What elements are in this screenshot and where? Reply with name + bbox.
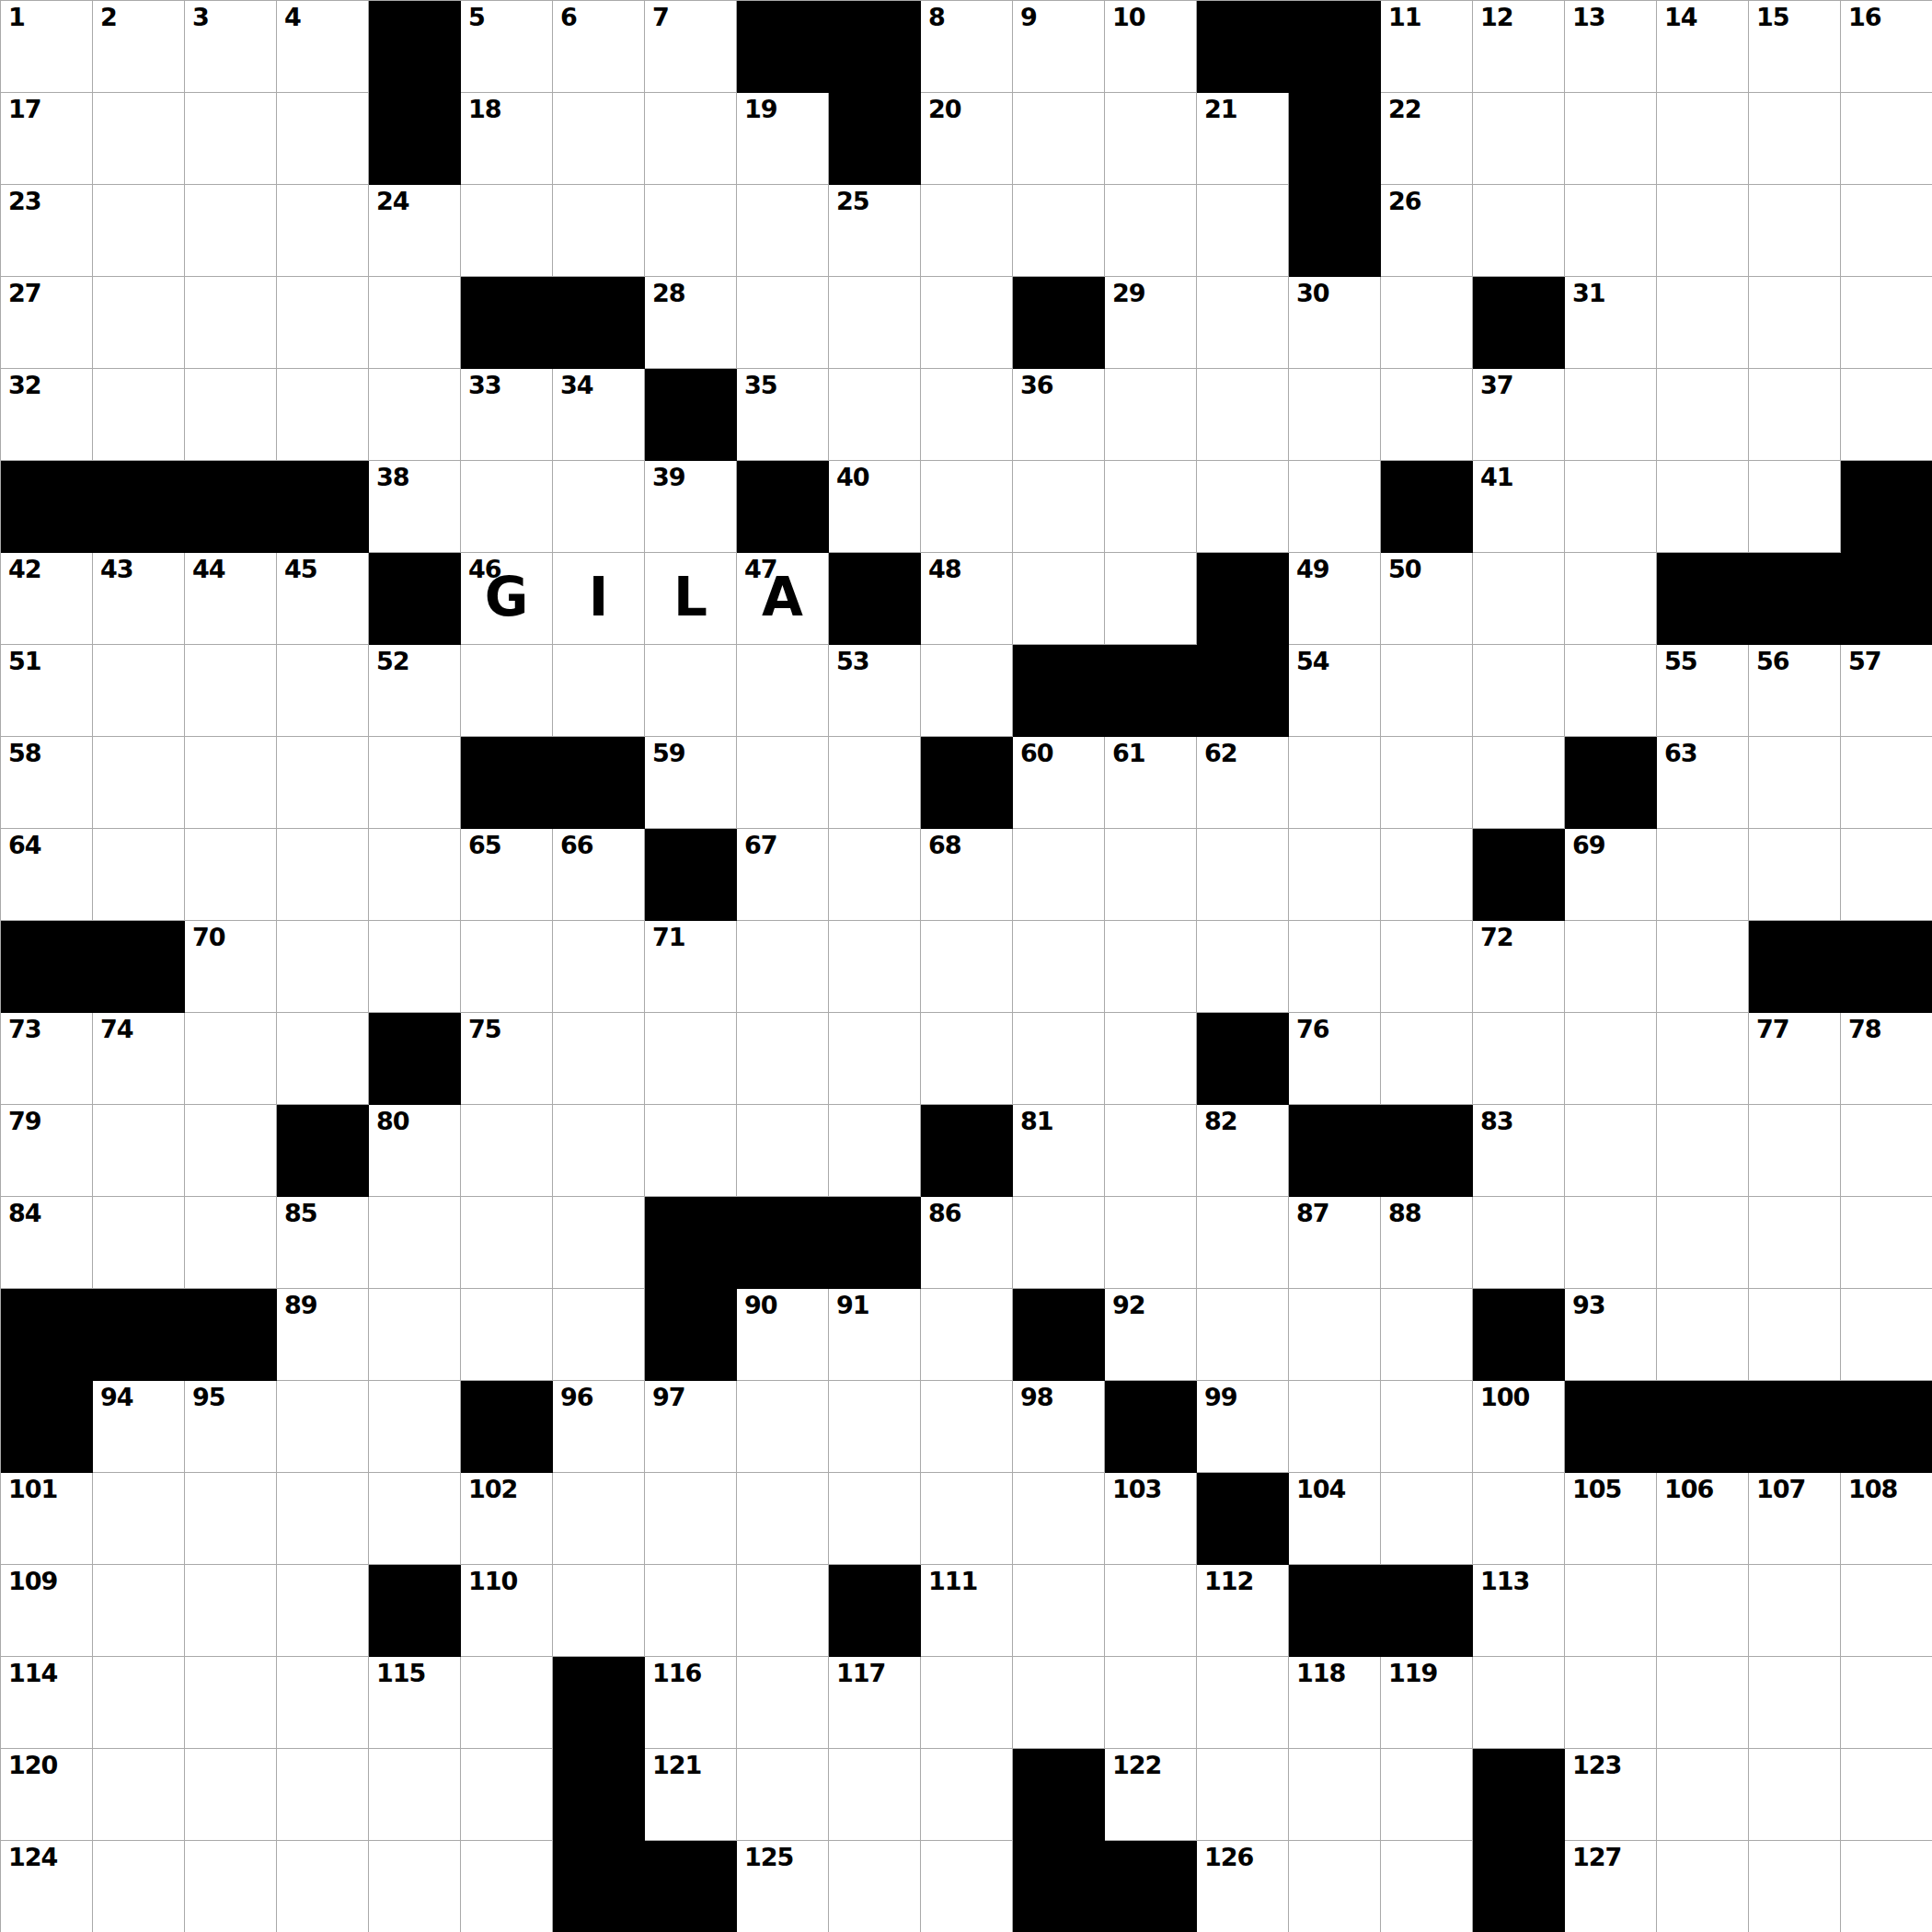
grid-cell[interactable] — [1105, 369, 1197, 461]
grid-cell[interactable] — [645, 1105, 737, 1197]
grid-cell[interactable] — [1105, 1013, 1197, 1105]
grid-cell[interactable] — [1657, 829, 1749, 921]
grid-cell[interactable] — [1473, 93, 1565, 185]
grid-cell[interactable] — [1657, 1841, 1749, 1932]
grid-cell[interactable]: 94 — [93, 1381, 185, 1473]
grid-cell[interactable] — [277, 1013, 369, 1105]
grid-cell[interactable]: 16 — [1841, 1, 1932, 93]
grid-cell[interactable] — [1749, 461, 1841, 553]
grid-cell[interactable]: 113 — [1473, 1565, 1565, 1657]
grid-cell[interactable]: 43 — [93, 553, 185, 645]
grid-cell[interactable]: 118 — [1289, 1657, 1381, 1749]
grid-cell[interactable] — [1657, 1197, 1749, 1289]
grid-cell[interactable] — [1289, 1381, 1381, 1473]
grid-cell[interactable] — [461, 461, 553, 553]
grid-cell[interactable]: 23 — [1, 185, 93, 277]
grid-cell[interactable] — [1289, 737, 1381, 829]
grid-cell[interactable] — [737, 1749, 829, 1841]
grid-cell[interactable] — [185, 185, 277, 277]
grid-cell[interactable]: 12 — [1473, 1, 1565, 93]
grid-cell[interactable] — [1473, 1657, 1565, 1749]
grid-cell[interactable] — [1473, 645, 1565, 737]
grid-cell[interactable] — [1013, 1473, 1105, 1565]
grid-cell[interactable]: 120 — [1, 1749, 93, 1841]
grid-cell[interactable]: 2 — [93, 1, 185, 93]
grid-cell[interactable]: 111 — [921, 1565, 1013, 1657]
grid-cell[interactable] — [1105, 461, 1197, 553]
grid-cell[interactable] — [369, 1841, 461, 1932]
grid-cell[interactable]: 22 — [1381, 93, 1473, 185]
grid-cell[interactable] — [553, 1197, 645, 1289]
grid-cell[interactable] — [1841, 1749, 1932, 1841]
grid-cell[interactable] — [1013, 1657, 1105, 1749]
grid-cell[interactable] — [1565, 1565, 1657, 1657]
grid-cell[interactable] — [1381, 1013, 1473, 1105]
grid-cell[interactable] — [1749, 1289, 1841, 1381]
grid-cell[interactable] — [369, 829, 461, 921]
grid-cell[interactable] — [1841, 1565, 1932, 1657]
grid-cell[interactable] — [1749, 1197, 1841, 1289]
grid-cell[interactable]: 52 — [369, 645, 461, 737]
grid-cell[interactable] — [1841, 1197, 1932, 1289]
grid-cell[interactable] — [461, 185, 553, 277]
grid-cell[interactable] — [1565, 921, 1657, 1013]
grid-cell[interactable] — [277, 1657, 369, 1749]
grid-cell[interactable]: 70 — [185, 921, 277, 1013]
grid-cell[interactable] — [645, 93, 737, 185]
grid-cell[interactable]: 50 — [1381, 553, 1473, 645]
grid-cell[interactable]: 56 — [1749, 645, 1841, 737]
grid-cell[interactable]: 99 — [1197, 1381, 1289, 1473]
grid-cell[interactable]: 40 — [829, 461, 921, 553]
grid-cell[interactable]: 92 — [1105, 1289, 1197, 1381]
grid-cell[interactable]: 86 — [921, 1197, 1013, 1289]
grid-cell[interactable] — [645, 1565, 737, 1657]
grid-cell[interactable] — [185, 1841, 277, 1932]
grid-cell[interactable] — [1657, 1289, 1749, 1381]
grid-cell[interactable] — [1105, 921, 1197, 1013]
grid-cell[interactable]: 6 — [553, 1, 645, 93]
grid-cell[interactable] — [921, 1381, 1013, 1473]
grid-cell[interactable]: 65 — [461, 829, 553, 921]
grid-cell[interactable] — [1473, 1473, 1565, 1565]
grid-cell[interactable] — [277, 1841, 369, 1932]
grid-cell[interactable] — [737, 737, 829, 829]
grid-cell[interactable] — [737, 277, 829, 369]
grid-cell[interactable]: 36 — [1013, 369, 1105, 461]
grid-cell[interactable]: 102 — [461, 1473, 553, 1565]
grid-cell[interactable]: 79 — [1, 1105, 93, 1197]
grid-cell[interactable]: 76 — [1289, 1013, 1381, 1105]
grid-cell[interactable] — [829, 277, 921, 369]
grid-cell[interactable] — [1657, 1013, 1749, 1105]
grid-cell[interactable] — [737, 1565, 829, 1657]
grid-cell[interactable] — [645, 1013, 737, 1105]
grid-cell[interactable] — [1565, 1013, 1657, 1105]
grid-cell[interactable]: 19 — [737, 93, 829, 185]
grid-cell[interactable] — [1105, 1197, 1197, 1289]
grid-cell[interactable] — [1381, 369, 1473, 461]
grid-cell[interactable]: 125 — [737, 1841, 829, 1932]
grid-cell[interactable]: 18 — [461, 93, 553, 185]
grid-cell[interactable]: 115 — [369, 1657, 461, 1749]
grid-cell[interactable] — [461, 1657, 553, 1749]
grid-cell[interactable]: 68 — [921, 829, 1013, 921]
grid-cell[interactable] — [553, 921, 645, 1013]
grid-cell[interactable] — [1841, 277, 1932, 369]
grid-cell[interactable]: 95 — [185, 1381, 277, 1473]
grid-cell[interactable] — [553, 185, 645, 277]
grid-cell[interactable] — [737, 1473, 829, 1565]
grid-cell[interactable] — [1749, 1841, 1841, 1932]
grid-cell[interactable] — [93, 737, 185, 829]
grid-cell[interactable] — [1473, 1197, 1565, 1289]
grid-cell[interactable] — [553, 461, 645, 553]
grid-cell[interactable] — [1657, 1565, 1749, 1657]
grid-cell[interactable] — [921, 1473, 1013, 1565]
grid-cell[interactable] — [1289, 1289, 1381, 1381]
grid-cell[interactable] — [1565, 369, 1657, 461]
grid-cell[interactable] — [277, 1473, 369, 1565]
grid-cell[interactable] — [1381, 277, 1473, 369]
grid-cell[interactable]: 85 — [277, 1197, 369, 1289]
grid-cell[interactable] — [1013, 553, 1105, 645]
grid-cell[interactable] — [1657, 185, 1749, 277]
grid-cell[interactable] — [921, 277, 1013, 369]
grid-cell[interactable] — [829, 1841, 921, 1932]
grid-cell[interactable] — [1105, 185, 1197, 277]
grid-cell[interactable] — [1197, 369, 1289, 461]
grid-cell[interactable]: 29 — [1105, 277, 1197, 369]
grid-cell[interactable] — [185, 1197, 277, 1289]
grid-cell[interactable] — [1197, 829, 1289, 921]
grid-cell[interactable] — [93, 645, 185, 737]
grid-cell[interactable] — [1105, 1657, 1197, 1749]
grid-cell[interactable]: 54 — [1289, 645, 1381, 737]
grid-cell[interactable] — [1841, 829, 1932, 921]
grid-cell[interactable]: 24 — [369, 185, 461, 277]
grid-cell[interactable] — [1013, 1013, 1105, 1105]
grid-cell[interactable]: 91 — [829, 1289, 921, 1381]
grid-cell[interactable]: 112 — [1197, 1565, 1289, 1657]
grid-cell[interactable] — [829, 829, 921, 921]
grid-cell[interactable]: 1 — [1, 1, 93, 93]
grid-cell[interactable]: 9 — [1013, 1, 1105, 93]
grid-cell[interactable] — [93, 829, 185, 921]
grid-cell[interactable] — [185, 1473, 277, 1565]
grid-cell[interactable]: 84 — [1, 1197, 93, 1289]
grid-cell[interactable] — [185, 1013, 277, 1105]
grid-cell[interactable]: 57 — [1841, 645, 1932, 737]
grid-cell[interactable] — [1289, 1841, 1381, 1932]
grid-cell[interactable]: 108 — [1841, 1473, 1932, 1565]
grid-cell[interactable] — [1197, 1197, 1289, 1289]
grid-cell[interactable]: 66 — [553, 829, 645, 921]
grid-cell[interactable] — [461, 1841, 553, 1932]
grid-cell[interactable] — [461, 645, 553, 737]
grid-cell[interactable]: 75 — [461, 1013, 553, 1105]
grid-cell[interactable] — [921, 921, 1013, 1013]
grid-cell[interactable] — [1105, 93, 1197, 185]
grid-cell[interactable] — [1841, 185, 1932, 277]
grid-cell[interactable]: 49 — [1289, 553, 1381, 645]
grid-cell[interactable]: 90 — [737, 1289, 829, 1381]
grid-cell[interactable] — [921, 185, 1013, 277]
grid-cell[interactable]: 119 — [1381, 1657, 1473, 1749]
grid-cell[interactable]: 17 — [1, 93, 93, 185]
grid-cell[interactable] — [737, 921, 829, 1013]
grid-cell[interactable] — [1381, 921, 1473, 1013]
grid-cell[interactable] — [1565, 93, 1657, 185]
grid-cell[interactable] — [185, 737, 277, 829]
grid-cell[interactable] — [1197, 461, 1289, 553]
grid-cell[interactable] — [829, 1013, 921, 1105]
grid-cell[interactable] — [1105, 829, 1197, 921]
grid-cell[interactable]: 47A — [737, 553, 829, 645]
grid-cell[interactable] — [553, 1565, 645, 1657]
grid-cell[interactable] — [369, 1473, 461, 1565]
grid-cell[interactable] — [1197, 1749, 1289, 1841]
grid-cell[interactable]: 97 — [645, 1381, 737, 1473]
grid-cell[interactable]: 89 — [277, 1289, 369, 1381]
grid-cell[interactable]: 28 — [645, 277, 737, 369]
grid-cell[interactable] — [1105, 1565, 1197, 1657]
grid-cell[interactable] — [1657, 369, 1749, 461]
grid-cell[interactable] — [185, 369, 277, 461]
grid-cell[interactable] — [277, 921, 369, 1013]
grid-cell[interactable] — [1013, 829, 1105, 921]
grid-cell[interactable]: 82 — [1197, 1105, 1289, 1197]
grid-cell[interactable] — [1473, 185, 1565, 277]
grid-cell[interactable]: 105 — [1565, 1473, 1657, 1565]
grid-cell[interactable] — [1657, 1749, 1749, 1841]
grid-cell[interactable]: 71 — [645, 921, 737, 1013]
grid-cell[interactable] — [185, 829, 277, 921]
grid-cell[interactable] — [1657, 93, 1749, 185]
grid-cell[interactable] — [1841, 1105, 1932, 1197]
grid-cell[interactable] — [1749, 185, 1841, 277]
grid-cell[interactable] — [1841, 369, 1932, 461]
grid-cell[interactable] — [369, 1381, 461, 1473]
grid-cell[interactable] — [1565, 461, 1657, 553]
grid-cell[interactable]: 106 — [1657, 1473, 1749, 1565]
grid-cell[interactable] — [1289, 829, 1381, 921]
grid-cell[interactable]: 37 — [1473, 369, 1565, 461]
grid-cell[interactable] — [1197, 921, 1289, 1013]
grid-cell[interactable] — [1565, 553, 1657, 645]
grid-cell[interactable]: 101 — [1, 1473, 93, 1565]
grid-cell[interactable] — [1565, 1657, 1657, 1749]
grid-cell[interactable] — [1289, 369, 1381, 461]
grid-cell[interactable]: 26 — [1381, 185, 1473, 277]
grid-cell[interactable] — [1105, 1105, 1197, 1197]
grid-cell[interactable]: 78 — [1841, 1013, 1932, 1105]
grid-cell[interactable] — [1841, 93, 1932, 185]
grid-cell[interactable] — [93, 185, 185, 277]
grid-cell[interactable] — [829, 921, 921, 1013]
grid-cell[interactable]: 96 — [553, 1381, 645, 1473]
grid-cell[interactable] — [461, 1749, 553, 1841]
grid-cell[interactable] — [461, 1105, 553, 1197]
grid-cell[interactable]: 31 — [1565, 277, 1657, 369]
grid-cell[interactable] — [277, 645, 369, 737]
grid-cell[interactable] — [277, 185, 369, 277]
grid-cell[interactable]: 73 — [1, 1013, 93, 1105]
grid-cell[interactable]: 110 — [461, 1565, 553, 1657]
grid-cell[interactable] — [369, 1197, 461, 1289]
grid-cell[interactable] — [1013, 93, 1105, 185]
grid-cell[interactable] — [921, 1657, 1013, 1749]
grid-cell[interactable]: 58 — [1, 737, 93, 829]
grid-cell[interactable] — [1381, 737, 1473, 829]
grid-cell[interactable] — [645, 645, 737, 737]
grid-cell[interactable] — [369, 277, 461, 369]
grid-cell[interactable] — [277, 1381, 369, 1473]
grid-cell[interactable]: 107 — [1749, 1473, 1841, 1565]
grid-cell[interactable]: 81 — [1013, 1105, 1105, 1197]
grid-cell[interactable] — [1749, 737, 1841, 829]
grid-cell[interactable] — [93, 1657, 185, 1749]
grid-cell[interactable] — [93, 1565, 185, 1657]
grid-cell[interactable] — [1289, 921, 1381, 1013]
grid-cell[interactable]: 61 — [1105, 737, 1197, 829]
grid-cell[interactable] — [737, 1657, 829, 1749]
grid-cell[interactable] — [553, 1013, 645, 1105]
grid-cell[interactable]: 93 — [1565, 1289, 1657, 1381]
grid-cell[interactable]: 63 — [1657, 737, 1749, 829]
grid-cell[interactable] — [829, 1381, 921, 1473]
grid-cell[interactable]: 80 — [369, 1105, 461, 1197]
grid-cell[interactable] — [1381, 1749, 1473, 1841]
grid-cell[interactable] — [553, 1289, 645, 1381]
grid-cell[interactable]: 51 — [1, 645, 93, 737]
grid-cell[interactable]: 121 — [645, 1749, 737, 1841]
grid-cell[interactable] — [277, 369, 369, 461]
grid-cell[interactable] — [93, 1473, 185, 1565]
grid-cell[interactable]: 42 — [1, 553, 93, 645]
grid-cell[interactable]: I — [553, 553, 645, 645]
grid-cell[interactable]: 33 — [461, 369, 553, 461]
grid-cell[interactable] — [1381, 645, 1473, 737]
grid-cell[interactable]: 15 — [1749, 1, 1841, 93]
grid-cell[interactable]: 45 — [277, 553, 369, 645]
grid-cell[interactable]: 67 — [737, 829, 829, 921]
grid-cell[interactable] — [1657, 1105, 1749, 1197]
grid-cell[interactable]: 126 — [1197, 1841, 1289, 1932]
grid-cell[interactable] — [1381, 1289, 1473, 1381]
grid-cell[interactable]: 88 — [1381, 1197, 1473, 1289]
grid-cell[interactable]: 14 — [1657, 1, 1749, 93]
grid-cell[interactable] — [1749, 1105, 1841, 1197]
grid-cell[interactable] — [645, 1473, 737, 1565]
grid-cell[interactable]: 13 — [1565, 1, 1657, 93]
grid-cell[interactable] — [645, 185, 737, 277]
grid-cell[interactable] — [1197, 1657, 1289, 1749]
grid-cell[interactable]: 11 — [1381, 1, 1473, 93]
grid-cell[interactable]: 60 — [1013, 737, 1105, 829]
grid-cell[interactable] — [1105, 553, 1197, 645]
grid-cell[interactable] — [1381, 1841, 1473, 1932]
grid-cell[interactable]: 103 — [1105, 1473, 1197, 1565]
grid-cell[interactable] — [93, 1197, 185, 1289]
grid-cell[interactable]: 27 — [1, 277, 93, 369]
grid-cell[interactable] — [93, 277, 185, 369]
grid-cell[interactable]: 48 — [921, 553, 1013, 645]
grid-cell[interactable] — [93, 93, 185, 185]
grid-cell[interactable]: 109 — [1, 1565, 93, 1657]
grid-cell[interactable] — [1013, 461, 1105, 553]
grid-cell[interactable] — [1657, 461, 1749, 553]
grid-cell[interactable] — [1749, 1749, 1841, 1841]
grid-cell[interactable]: 7 — [645, 1, 737, 93]
grid-cell[interactable] — [1565, 645, 1657, 737]
grid-cell[interactable] — [1841, 737, 1932, 829]
grid-cell[interactable] — [1381, 1473, 1473, 1565]
grid-cell[interactable] — [829, 1473, 921, 1565]
grid-cell[interactable] — [277, 93, 369, 185]
grid-cell[interactable] — [185, 1749, 277, 1841]
grid-cell[interactable] — [277, 277, 369, 369]
grid-cell[interactable]: 35 — [737, 369, 829, 461]
grid-cell[interactable]: 53 — [829, 645, 921, 737]
grid-cell[interactable] — [93, 369, 185, 461]
grid-cell[interactable] — [553, 1105, 645, 1197]
grid-cell[interactable] — [829, 369, 921, 461]
grid-cell[interactable] — [1841, 1657, 1932, 1749]
grid-cell[interactable] — [1657, 921, 1749, 1013]
grid-cell[interactable] — [1381, 829, 1473, 921]
grid-cell[interactable]: 32 — [1, 369, 93, 461]
grid-cell[interactable]: 124 — [1, 1841, 93, 1932]
grid-cell[interactable] — [277, 1749, 369, 1841]
grid-cell[interactable] — [185, 1565, 277, 1657]
grid-cell[interactable] — [461, 921, 553, 1013]
grid-cell[interactable] — [829, 1105, 921, 1197]
grid-cell[interactable]: 34 — [553, 369, 645, 461]
grid-cell[interactable]: 30 — [1289, 277, 1381, 369]
grid-cell[interactable]: 83 — [1473, 1105, 1565, 1197]
grid-cell[interactable]: 122 — [1105, 1749, 1197, 1841]
grid-cell[interactable] — [1197, 1289, 1289, 1381]
grid-cell[interactable] — [1749, 93, 1841, 185]
grid-cell[interactable] — [1289, 1749, 1381, 1841]
grid-cell[interactable]: 69 — [1565, 829, 1657, 921]
grid-cell[interactable] — [1289, 461, 1381, 553]
grid-cell[interactable] — [921, 1289, 1013, 1381]
grid-cell[interactable] — [921, 1841, 1013, 1932]
grid-cell[interactable] — [369, 369, 461, 461]
grid-cell[interactable]: 38 — [369, 461, 461, 553]
grid-cell[interactable]: 8 — [921, 1, 1013, 93]
grid-cell[interactable] — [461, 1289, 553, 1381]
grid-cell[interactable] — [829, 737, 921, 829]
grid-cell[interactable] — [277, 1565, 369, 1657]
grid-cell[interactable] — [369, 921, 461, 1013]
grid-cell[interactable] — [1013, 1565, 1105, 1657]
grid-cell[interactable]: 72 — [1473, 921, 1565, 1013]
grid-cell[interactable] — [1473, 1013, 1565, 1105]
grid-cell[interactable] — [921, 1013, 1013, 1105]
grid-cell[interactable] — [553, 93, 645, 185]
grid-cell[interactable]: 98 — [1013, 1381, 1105, 1473]
grid-cell[interactable] — [93, 1105, 185, 1197]
grid-cell[interactable]: 46G — [461, 553, 553, 645]
grid-cell[interactable] — [1749, 369, 1841, 461]
grid-cell[interactable] — [1381, 1381, 1473, 1473]
grid-cell[interactable]: 127 — [1565, 1841, 1657, 1932]
grid-cell[interactable] — [185, 645, 277, 737]
grid-cell[interactable]: 20 — [921, 93, 1013, 185]
